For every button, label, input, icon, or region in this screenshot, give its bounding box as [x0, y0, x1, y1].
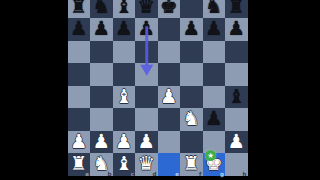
piece-white-rook: ♜ — [70, 153, 87, 176]
square-e8[interactable]: ♚ — [158, 0, 181, 18]
square-a7[interactable]: ♟ — [68, 18, 91, 41]
square-c5[interactable] — [113, 63, 136, 86]
piece-white-pawn: ♟ — [115, 131, 132, 154]
square-c1[interactable]: ♝c — [113, 153, 136, 176]
square-f3[interactable]: ♞ — [180, 108, 203, 131]
piece-black-pawn: ♟ — [205, 18, 222, 41]
square-b6[interactable] — [90, 41, 113, 64]
piece-black-pawn: ♟ — [205, 108, 222, 131]
square-a3[interactable] — [68, 108, 91, 131]
square-c8[interactable]: ♝ — [113, 0, 136, 18]
piece-black-rook: ♜ — [228, 0, 245, 18]
square-b3[interactable] — [90, 108, 113, 131]
file-label-h: h — [243, 171, 247, 177]
square-d8[interactable]: ♛ — [135, 0, 158, 18]
square-d5[interactable] — [135, 63, 158, 86]
piece-black-pawn: ♟ — [115, 18, 132, 41]
square-g5[interactable] — [203, 63, 226, 86]
file-label-b: b — [108, 171, 112, 177]
square-g7[interactable]: ♟ — [203, 18, 226, 41]
square-b8[interactable]: ♞ — [90, 0, 113, 18]
square-h1[interactable]: h — [225, 153, 248, 176]
square-h6[interactable] — [225, 41, 248, 64]
square-b5[interactable] — [90, 63, 113, 86]
chess-app-screen: ♜♞♝♛♚♞♜♟♟♟♟♟♟♟♝♟♝♞♟♟♟♟♟♟♜a♞b♝c♛de♜f♚g★h — [0, 0, 320, 180]
piece-black-bishop: ♝ — [115, 0, 132, 18]
piece-black-knight: ♞ — [93, 0, 110, 18]
piece-white-pawn: ♟ — [228, 131, 245, 154]
square-a5[interactable] — [68, 63, 91, 86]
square-a8[interactable]: ♜ — [68, 0, 91, 18]
piece-black-queen: ♛ — [138, 0, 155, 18]
piece-black-bishop: ♝ — [228, 86, 245, 109]
square-h4[interactable]: ♝ — [225, 86, 248, 109]
square-f5[interactable] — [180, 63, 203, 86]
square-b7[interactable]: ♟ — [90, 18, 113, 41]
square-d6[interactable] — [135, 41, 158, 64]
star-icon: ★ — [207, 150, 214, 161]
square-h3[interactable] — [225, 108, 248, 131]
piece-white-knight: ♞ — [93, 153, 110, 176]
square-e3[interactable] — [158, 108, 181, 131]
square-d7[interactable]: ♟ — [135, 18, 158, 41]
file-label-a: a — [85, 171, 89, 177]
square-a2[interactable]: ♟ — [68, 131, 91, 154]
square-h2[interactable]: ♟ — [225, 131, 248, 154]
square-e6[interactable] — [158, 41, 181, 64]
piece-white-bishop: ♝ — [115, 86, 132, 109]
piece-white-rook: ♜ — [183, 153, 200, 176]
file-label-f: f — [199, 171, 201, 177]
piece-white-pawn: ♟ — [160, 86, 177, 109]
piece-black-pawn: ♟ — [138, 18, 155, 41]
file-label-c: c — [131, 171, 134, 177]
square-c2[interactable]: ♟ — [113, 131, 136, 154]
piece-black-king: ♚ — [160, 0, 177, 18]
square-g6[interactable] — [203, 41, 226, 64]
square-d4[interactable] — [135, 86, 158, 109]
square-h7[interactable]: ♟ — [225, 18, 248, 41]
piece-white-pawn: ♟ — [93, 131, 110, 154]
square-c7[interactable]: ♟ — [113, 18, 136, 41]
square-f2[interactable] — [180, 131, 203, 154]
piece-black-rook: ♜ — [70, 0, 87, 18]
square-g4[interactable] — [203, 86, 226, 109]
square-a1[interactable]: ♜a — [68, 153, 91, 176]
square-c6[interactable] — [113, 41, 136, 64]
square-b1[interactable]: ♞b — [90, 153, 113, 176]
square-e2[interactable] — [158, 131, 181, 154]
file-label-d: d — [153, 171, 157, 177]
square-a4[interactable] — [68, 86, 91, 109]
square-g8[interactable]: ♞ — [203, 0, 226, 18]
piece-white-queen: ♛ — [138, 153, 155, 176]
piece-white-pawn: ♟ — [70, 131, 87, 154]
square-d2[interactable]: ♟ — [135, 131, 158, 154]
square-a6[interactable] — [68, 41, 91, 64]
square-b4[interactable] — [90, 86, 113, 109]
square-e5[interactable] — [158, 63, 181, 86]
piece-white-pawn: ♟ — [138, 131, 155, 154]
square-f8[interactable] — [180, 0, 203, 18]
piece-black-pawn: ♟ — [93, 18, 110, 41]
square-h5[interactable] — [225, 63, 248, 86]
file-label-g: g — [220, 171, 224, 177]
piece-black-pawn: ♟ — [70, 18, 87, 41]
square-c4[interactable]: ♝ — [113, 86, 136, 109]
file-label-e: e — [175, 171, 179, 177]
square-d1[interactable]: ♛d — [135, 153, 158, 176]
square-d3[interactable] — [135, 108, 158, 131]
piece-black-pawn: ♟ — [228, 18, 245, 41]
piece-white-knight: ♞ — [183, 108, 200, 131]
chess-board[interactable]: ♜♞♝♛♚♞♜♟♟♟♟♟♟♟♝♟♝♞♟♟♟♟♟♟♜a♞b♝c♛de♜f♚g★h — [68, 0, 248, 176]
square-f1[interactable]: ♜f — [180, 153, 203, 176]
square-e1[interactable]: e — [158, 153, 181, 176]
square-e7[interactable] — [158, 18, 181, 41]
square-b2[interactable]: ♟ — [90, 131, 113, 154]
square-c3[interactable] — [113, 108, 136, 131]
square-f7[interactable]: ♟ — [180, 18, 203, 41]
piece-black-knight: ♞ — [205, 0, 222, 18]
piece-white-bishop: ♝ — [115, 153, 132, 176]
square-e4[interactable]: ♟ — [158, 86, 181, 109]
square-g1[interactable]: ♚g★ — [203, 153, 226, 176]
square-f6[interactable] — [180, 41, 203, 64]
square-h8[interactable]: ♜ — [225, 0, 248, 18]
square-g3[interactable]: ♟ — [203, 108, 226, 131]
piece-black-pawn: ♟ — [183, 18, 200, 41]
star-badge-icon: ★ — [205, 150, 216, 161]
square-f4[interactable] — [180, 86, 203, 109]
